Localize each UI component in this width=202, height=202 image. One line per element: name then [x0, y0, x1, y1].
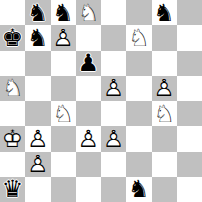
square-d1[interactable] — [76, 177, 101, 202]
square-e7[interactable] — [101, 25, 126, 50]
piece-black-queen: ♛ — [2, 177, 24, 201]
square-e4[interactable] — [101, 101, 126, 126]
square-g4[interactable]: ♞♘ — [152, 101, 177, 126]
square-b6[interactable] — [25, 51, 50, 76]
square-a5[interactable]: ♞♘ — [0, 76, 25, 101]
square-e5[interactable]: ♟♙ — [101, 76, 126, 101]
square-b5[interactable] — [25, 76, 50, 101]
square-c4[interactable]: ♞♘ — [51, 101, 76, 126]
square-g1[interactable] — [152, 177, 177, 202]
piece-white-pawn: ♙ — [78, 127, 100, 151]
square-h4[interactable] — [177, 101, 202, 126]
piece-black-knight: ♞ — [27, 26, 49, 50]
square-h2[interactable] — [177, 152, 202, 177]
square-g3[interactable] — [152, 126, 177, 151]
square-c3[interactable] — [51, 126, 76, 151]
piece-white-pawn: ♙ — [153, 76, 175, 100]
piece-white-knight: ♘ — [2, 76, 24, 100]
square-f3[interactable] — [126, 126, 151, 151]
square-f5[interactable] — [126, 76, 151, 101]
square-g2[interactable] — [152, 152, 177, 177]
square-f7[interactable]: ♞♘ — [126, 25, 151, 50]
square-h5[interactable] — [177, 76, 202, 101]
piece-white-knight: ♘ — [52, 102, 74, 126]
piece-black-knight: ♞ — [27, 1, 49, 25]
square-a1[interactable]: ♛ — [0, 177, 25, 202]
chess-board: ♞♞♞♘♞♚♞♟♙♞♘♟♞♘♟♙♟♙♞♘♞♘♚♔♟♙♟♙♟♙♟♙♛♞ — [0, 0, 202, 202]
square-c2[interactable] — [51, 152, 76, 177]
square-b8[interactable]: ♞ — [25, 0, 50, 25]
square-c6[interactable] — [51, 51, 76, 76]
square-a4[interactable] — [0, 101, 25, 126]
square-b1[interactable] — [25, 177, 50, 202]
piece-white-knight: ♘ — [78, 1, 100, 25]
square-d6[interactable]: ♟ — [76, 51, 101, 76]
piece-white-pawn: ♙ — [27, 127, 49, 151]
square-h6[interactable] — [177, 51, 202, 76]
square-d4[interactable] — [76, 101, 101, 126]
piece-black-knight: ♞ — [128, 177, 150, 201]
square-d7[interactable] — [76, 25, 101, 50]
square-f4[interactable] — [126, 101, 151, 126]
square-f8[interactable] — [126, 0, 151, 25]
square-f6[interactable] — [126, 51, 151, 76]
square-f1[interactable]: ♞ — [126, 177, 151, 202]
square-f2[interactable] — [126, 152, 151, 177]
square-a7[interactable]: ♚ — [0, 25, 25, 50]
square-a2[interactable] — [0, 152, 25, 177]
square-a8[interactable] — [0, 0, 25, 25]
piece-white-pawn: ♙ — [27, 152, 49, 176]
square-d5[interactable] — [76, 76, 101, 101]
piece-white-king: ♔ — [2, 127, 24, 151]
piece-black-king: ♚ — [2, 26, 24, 50]
square-b4[interactable] — [25, 101, 50, 126]
square-c5[interactable] — [51, 76, 76, 101]
square-c7[interactable]: ♟♙ — [51, 25, 76, 50]
square-d2[interactable] — [76, 152, 101, 177]
square-b7[interactable]: ♞ — [25, 25, 50, 50]
chess-diagram: ♞♞♞♘♞♚♞♟♙♞♘♟♞♘♟♙♟♙♞♘♞♘♚♔♟♙♟♙♟♙♟♙♛♞ — [0, 0, 202, 202]
square-h1[interactable] — [177, 177, 202, 202]
square-c1[interactable] — [51, 177, 76, 202]
piece-white-pawn: ♙ — [103, 76, 125, 100]
square-g7[interactable] — [152, 25, 177, 50]
square-g8[interactable]: ♞ — [152, 0, 177, 25]
piece-white-pawn: ♙ — [52, 26, 74, 50]
square-g6[interactable] — [152, 51, 177, 76]
piece-white-knight: ♘ — [153, 102, 175, 126]
piece-black-pawn: ♟ — [78, 51, 100, 75]
piece-white-pawn: ♙ — [103, 127, 125, 151]
square-h3[interactable] — [177, 126, 202, 151]
square-e8[interactable] — [101, 0, 126, 25]
square-c8[interactable]: ♞ — [51, 0, 76, 25]
square-a6[interactable] — [0, 51, 25, 76]
square-e1[interactable] — [101, 177, 126, 202]
square-b3[interactable]: ♟♙ — [25, 126, 50, 151]
square-e6[interactable] — [101, 51, 126, 76]
square-a3[interactable]: ♚♔ — [0, 126, 25, 151]
square-d3[interactable]: ♟♙ — [76, 126, 101, 151]
square-d8[interactable]: ♞♘ — [76, 0, 101, 25]
piece-black-knight: ♞ — [153, 1, 175, 25]
square-h8[interactable] — [177, 0, 202, 25]
piece-black-knight: ♞ — [52, 1, 74, 25]
square-g5[interactable]: ♟♙ — [152, 76, 177, 101]
square-e2[interactable] — [101, 152, 126, 177]
piece-white-knight: ♘ — [128, 26, 150, 50]
square-h7[interactable] — [177, 25, 202, 50]
square-b2[interactable]: ♟♙ — [25, 152, 50, 177]
square-e3[interactable]: ♟♙ — [101, 126, 126, 151]
